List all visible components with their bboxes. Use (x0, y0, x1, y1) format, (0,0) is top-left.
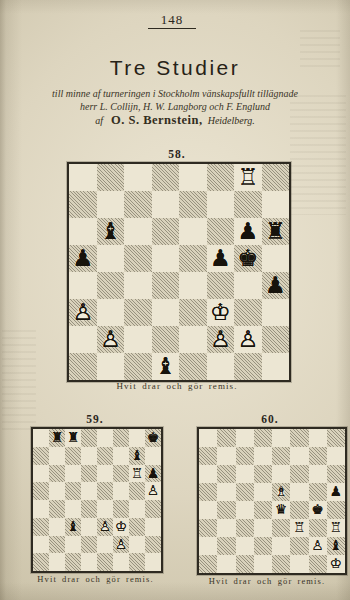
square-c3 (236, 519, 254, 537)
square-g1 (234, 353, 262, 380)
square-f3: ♔ (113, 518, 129, 536)
white-pawn-piece: ♙ (312, 539, 324, 553)
square-f4 (207, 272, 235, 299)
black-pawn-piece: ♟ (330, 485, 342, 499)
square-d6 (254, 465, 272, 483)
square-a3 (199, 519, 217, 537)
square-h3 (262, 299, 290, 326)
black-bishop-piece: ♝ (131, 449, 143, 463)
square-a7 (33, 447, 49, 465)
square-d1: ♝ (152, 353, 180, 380)
square-d1 (254, 555, 272, 573)
square-c3 (124, 299, 152, 326)
square-h7 (262, 191, 290, 218)
square-c6 (65, 465, 81, 483)
square-f5: ♟ (207, 245, 235, 272)
square-g1 (129, 553, 145, 571)
square-f4 (290, 501, 308, 519)
square-b3 (97, 299, 125, 326)
square-e8 (179, 164, 207, 191)
square-e1 (272, 555, 290, 573)
white-rook-piece: ♖ (131, 467, 143, 481)
square-d3 (254, 519, 272, 537)
square-g5 (309, 483, 327, 501)
diagram-59-number: 59. (31, 413, 159, 425)
square-b2: ♙ (97, 326, 125, 353)
square-f5 (290, 483, 308, 501)
chess-board-58: ♖♝♟♜♟♟♚♟♙♔♙♙♙♝ (67, 162, 291, 382)
square-h1 (262, 353, 290, 380)
square-b8 (97, 164, 125, 191)
square-e6 (179, 218, 207, 245)
black-pawn-piece: ♟ (210, 247, 231, 270)
square-f6 (290, 465, 308, 483)
black-rook-piece: ♜ (67, 431, 79, 445)
white-pawn-piece: ♙ (72, 301, 93, 324)
square-d2 (152, 326, 180, 353)
square-d4 (81, 500, 97, 518)
square-f8 (290, 429, 308, 447)
square-g6 (309, 465, 327, 483)
square-c4 (124, 272, 152, 299)
square-f3: ♖ (290, 519, 308, 537)
square-g7: ♝ (129, 447, 145, 465)
square-h8: ♚ (145, 429, 161, 447)
white-rook-piece: ♖ (293, 521, 305, 535)
square-d7 (152, 191, 180, 218)
square-g3 (234, 299, 262, 326)
square-c8 (236, 429, 254, 447)
chess-board-59: ♜♜♚♝♖♟♙♝♙♔♙ (31, 427, 163, 573)
square-f7 (290, 447, 308, 465)
square-a8 (199, 429, 217, 447)
square-a4 (33, 500, 49, 518)
square-h8 (262, 164, 290, 191)
white-king-piece: ♔ (115, 520, 127, 534)
square-g8 (129, 429, 145, 447)
black-king-piece: ♚ (312, 503, 324, 517)
square-h2: ♝ (327, 537, 345, 555)
square-d4 (254, 501, 272, 519)
square-h2 (145, 536, 161, 554)
diagram-60-number: 60. (197, 413, 343, 425)
square-b5 (217, 483, 235, 501)
square-c4 (236, 501, 254, 519)
page-number: 148 (0, 12, 344, 28)
black-bishop-piece: ♝ (330, 539, 342, 553)
white-pawn-piece: ♙ (99, 520, 111, 534)
square-c1 (124, 353, 152, 380)
square-c5 (236, 483, 254, 501)
square-c2 (236, 537, 254, 555)
square-b4 (97, 272, 125, 299)
square-f2: ♙ (113, 536, 129, 554)
square-h4: ♟ (262, 272, 290, 299)
square-f7 (113, 447, 129, 465)
square-d2 (81, 536, 97, 554)
square-g4 (234, 272, 262, 299)
square-b7 (97, 191, 125, 218)
diagram-60-caption: Hvit drar och gör remis. (184, 576, 350, 586)
square-f7 (207, 191, 235, 218)
square-b3 (217, 519, 235, 537)
white-pawn-piece: ♙ (210, 328, 231, 351)
book-page: 148 Tre Studier till minne af turneringe… (0, 0, 350, 600)
square-g5 (129, 482, 145, 500)
square-d5 (152, 245, 180, 272)
black-king-piece: ♚ (237, 247, 258, 270)
square-f4 (113, 500, 129, 518)
square-c6 (236, 465, 254, 483)
black-queen-piece: ♛ (275, 503, 287, 517)
square-c7 (65, 447, 81, 465)
square-g6: ♟ (234, 218, 262, 245)
square-d8 (254, 429, 272, 447)
square-b8: ♜ (49, 429, 65, 447)
square-b3 (49, 518, 65, 536)
square-d8 (152, 164, 180, 191)
square-h5: ♙ (145, 482, 161, 500)
black-pawn-piece: ♟ (72, 247, 93, 270)
square-h2 (262, 326, 290, 353)
square-e2 (179, 326, 207, 353)
square-d6 (152, 218, 180, 245)
square-h1 (145, 553, 161, 571)
square-c2 (124, 326, 152, 353)
black-rook-piece: ♜ (265, 220, 286, 243)
square-h4 (145, 500, 161, 518)
square-c2 (65, 536, 81, 554)
author-location: Heidelberg. (208, 115, 255, 126)
square-d3 (152, 299, 180, 326)
dedication-line-1: till minne af turneringen i Stockholm vä… (0, 88, 350, 99)
square-b1 (97, 353, 125, 380)
black-pawn-piece: ♟ (237, 220, 258, 243)
square-g5: ♚ (234, 245, 262, 272)
square-g8 (309, 429, 327, 447)
black-pawn-piece: ♟ (265, 274, 286, 297)
square-a4 (199, 501, 217, 519)
square-e1 (179, 353, 207, 380)
square-e3 (179, 299, 207, 326)
square-h3 (145, 518, 161, 536)
square-e6 (97, 465, 113, 483)
square-a7 (69, 191, 97, 218)
white-rook-piece: ♖ (330, 521, 342, 535)
diagram-59-caption: Hvit drar och gör remis. (8, 574, 183, 584)
black-king-piece: ♚ (147, 431, 159, 445)
white-pawn-piece: ♙ (237, 328, 258, 351)
square-b7 (217, 447, 235, 465)
square-e3 (272, 519, 290, 537)
square-b4 (217, 501, 235, 519)
black-pawn-piece: ♟ (147, 467, 159, 481)
square-a6 (199, 465, 217, 483)
square-f3: ♔ (207, 299, 235, 326)
square-h4 (327, 501, 345, 519)
square-e7 (272, 447, 290, 465)
square-c6 (124, 218, 152, 245)
square-f6 (113, 465, 129, 483)
square-f1 (113, 553, 129, 571)
square-g1 (309, 555, 327, 573)
page-title: Tre Studier (0, 56, 350, 80)
square-e7 (179, 191, 207, 218)
square-g3 (129, 518, 145, 536)
square-d5 (81, 482, 97, 500)
square-f2 (290, 537, 308, 555)
square-h5 (262, 245, 290, 272)
square-h5: ♟ (327, 483, 345, 501)
square-c4 (65, 500, 81, 518)
square-f1 (207, 353, 235, 380)
square-g2: ♙ (234, 326, 262, 353)
white-pawn-piece: ♙ (147, 484, 159, 498)
square-g3 (309, 519, 327, 537)
square-h6: ♜ (262, 218, 290, 245)
square-e8 (272, 429, 290, 447)
square-f2: ♙ (207, 326, 235, 353)
square-d1 (81, 553, 97, 571)
white-bishop-piece: ♗ (275, 485, 287, 499)
black-rook-piece: ♜ (51, 431, 63, 445)
square-d2 (254, 537, 272, 555)
square-h3: ♖ (327, 519, 345, 537)
square-b5 (49, 482, 65, 500)
page-number-rule (148, 28, 196, 29)
square-a2 (69, 326, 97, 353)
dedication-line-2: herr L. Collijn, H. W. Langborg och F. E… (0, 101, 350, 112)
square-c1 (236, 555, 254, 573)
square-h6: ♟ (145, 465, 161, 483)
square-a8 (69, 164, 97, 191)
chess-board-60: ♗♟♛♚♖♖♙♝♔ (197, 427, 347, 575)
square-h7 (327, 447, 345, 465)
square-e7 (97, 447, 113, 465)
square-d4 (152, 272, 180, 299)
white-king-piece: ♔ (210, 301, 231, 324)
white-king-piece: ♔ (330, 557, 342, 571)
square-d5 (254, 483, 272, 501)
square-d7 (254, 447, 272, 465)
author-name: O. S. Bernstein, (111, 113, 203, 127)
byline-prefix: af (95, 115, 103, 126)
square-e4: ♛ (272, 501, 290, 519)
square-b1 (49, 553, 65, 571)
square-g7 (309, 447, 327, 465)
square-e5: ♗ (272, 483, 290, 501)
square-a5 (33, 482, 49, 500)
square-d8 (81, 429, 97, 447)
square-b5 (97, 245, 125, 272)
black-bishop-piece: ♝ (67, 520, 79, 534)
square-c7 (236, 447, 254, 465)
diagram-58-number: 58. (67, 148, 287, 160)
square-a6 (69, 218, 97, 245)
square-b4 (49, 500, 65, 518)
square-a6 (33, 465, 49, 483)
square-e1 (97, 553, 113, 571)
byline: afO. S. Bernstein,Heidelberg. (0, 113, 350, 128)
square-b2 (49, 536, 65, 554)
square-a7 (199, 447, 217, 465)
square-e2 (272, 537, 290, 555)
square-h8 (327, 429, 345, 447)
square-e2 (97, 536, 113, 554)
square-d6 (81, 465, 97, 483)
square-b7 (49, 447, 65, 465)
square-a1 (69, 353, 97, 380)
white-pawn-piece: ♙ (115, 538, 127, 552)
square-e4 (179, 272, 207, 299)
square-c5 (124, 245, 152, 272)
square-g4: ♚ (309, 501, 327, 519)
square-d7 (81, 447, 97, 465)
square-a5: ♟ (69, 245, 97, 272)
square-a2 (33, 536, 49, 554)
square-h1: ♔ (327, 555, 345, 573)
square-h6 (327, 465, 345, 483)
square-a2 (199, 537, 217, 555)
square-b6: ♝ (97, 218, 125, 245)
square-h7 (145, 447, 161, 465)
square-d3 (81, 518, 97, 536)
square-a1 (199, 555, 217, 573)
square-f1 (290, 555, 308, 573)
square-g8: ♖ (234, 164, 262, 191)
square-b6 (49, 465, 65, 483)
square-e5 (97, 482, 113, 500)
square-f8 (207, 164, 235, 191)
square-e5 (179, 245, 207, 272)
square-g6: ♖ (129, 465, 145, 483)
square-c7 (124, 191, 152, 218)
square-c8 (124, 164, 152, 191)
white-pawn-piece: ♙ (100, 328, 121, 351)
square-a8 (33, 429, 49, 447)
square-g2 (129, 536, 145, 554)
square-a4 (69, 272, 97, 299)
square-c1 (65, 553, 81, 571)
square-g7 (234, 191, 262, 218)
square-b6 (217, 465, 235, 483)
square-f5 (113, 482, 129, 500)
black-bishop-piece: ♝ (155, 355, 176, 378)
square-b8 (217, 429, 235, 447)
square-c8: ♜ (65, 429, 81, 447)
square-c5 (65, 482, 81, 500)
square-a5 (199, 483, 217, 501)
square-c3: ♝ (65, 518, 81, 536)
square-f8 (113, 429, 129, 447)
square-e8 (97, 429, 113, 447)
square-g2: ♙ (309, 537, 327, 555)
diagram-58-caption: Hvit drar och gör remis. (52, 381, 302, 391)
square-e4 (97, 500, 113, 518)
black-bishop-piece: ♝ (100, 220, 121, 243)
square-a3 (33, 518, 49, 536)
square-a3: ♙ (69, 299, 97, 326)
square-e6 (272, 465, 290, 483)
square-e3: ♙ (97, 518, 113, 536)
square-g4 (129, 500, 145, 518)
square-b2 (217, 537, 235, 555)
square-a1 (33, 553, 49, 571)
square-b1 (217, 555, 235, 573)
white-rook-piece: ♖ (237, 166, 258, 189)
square-f6 (207, 218, 235, 245)
